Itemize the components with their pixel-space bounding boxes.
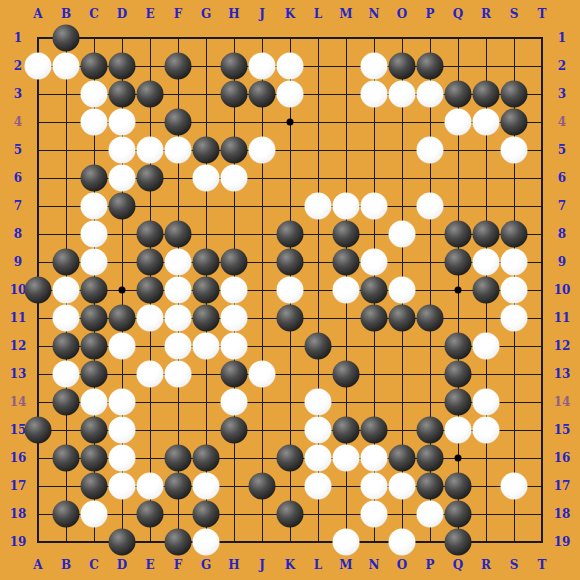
black-stone-g11 <box>193 305 220 332</box>
white-stone-p18 <box>417 501 444 528</box>
black-stone-n10 <box>361 277 388 304</box>
black-stone-f4 <box>165 109 192 136</box>
black-stone-o2 <box>389 53 416 80</box>
black-stone-f2 <box>165 53 192 80</box>
black-stone-p11 <box>417 305 444 332</box>
col-label-bottom-q: Q <box>453 559 463 571</box>
black-stone-f19 <box>165 529 192 556</box>
black-stone-g5 <box>193 137 220 164</box>
black-stone-r10 <box>473 277 500 304</box>
white-stone-f9 <box>165 249 192 276</box>
row-label-left-6: 6 <box>14 172 22 184</box>
row-label-right-13: 13 <box>554 368 571 380</box>
white-stone-h12 <box>221 333 248 360</box>
white-stone-a2 <box>25 53 52 80</box>
white-stone-l16 <box>305 445 332 472</box>
col-label-bottom-r: R <box>481 559 491 571</box>
black-stone-n15 <box>361 417 388 444</box>
black-stone-c13 <box>81 361 108 388</box>
black-stone-j17 <box>249 473 276 500</box>
white-stone-c7 <box>81 193 108 220</box>
black-stone-g10 <box>193 277 220 304</box>
col-label-bottom-g: G <box>201 559 211 571</box>
col-label-top-n: N <box>369 8 380 20</box>
white-stone-g17 <box>193 473 220 500</box>
white-stone-o8 <box>389 221 416 248</box>
col-label-bottom-l: L <box>314 559 322 571</box>
black-stone-e8 <box>137 221 164 248</box>
row-label-left-3: 3 <box>14 88 22 100</box>
black-stone-q13 <box>445 361 472 388</box>
black-stone-o16 <box>389 445 416 472</box>
white-stone-h6 <box>221 165 248 192</box>
star-point-k4 <box>287 119 294 126</box>
row-label-right-15: 15 <box>554 424 571 436</box>
white-stone-l17 <box>305 473 332 500</box>
black-stone-s4 <box>501 109 528 136</box>
white-stone-c18 <box>81 501 108 528</box>
white-stone-r9 <box>473 249 500 276</box>
star-point-q10 <box>455 287 462 294</box>
white-stone-d15 <box>109 417 136 444</box>
black-stone-r8 <box>473 221 500 248</box>
col-label-top-b: B <box>61 8 71 20</box>
col-label-top-f: F <box>174 8 183 20</box>
col-label-bottom-j: J <box>259 559 265 571</box>
white-stone-b13 <box>53 361 80 388</box>
black-stone-q8 <box>445 221 472 248</box>
black-stone-q9 <box>445 249 472 276</box>
col-label-top-t: T <box>538 8 547 20</box>
row-label-right-10: 10 <box>554 284 571 296</box>
col-label-top-c: C <box>89 8 99 20</box>
col-label-top-m: M <box>339 8 352 20</box>
col-label-top-q: Q <box>453 8 463 20</box>
white-stone-q15 <box>445 417 472 444</box>
black-stone-b16 <box>53 445 80 472</box>
black-stone-k9 <box>277 249 304 276</box>
white-stone-o3 <box>389 81 416 108</box>
white-stone-o17 <box>389 473 416 500</box>
black-stone-c17 <box>81 473 108 500</box>
col-label-bottom-f: F <box>174 559 183 571</box>
white-stone-n3 <box>361 81 388 108</box>
white-stone-s5 <box>501 137 528 164</box>
row-label-right-7: 7 <box>558 200 566 212</box>
black-stone-d11 <box>109 305 136 332</box>
col-label-top-g: G <box>201 8 211 20</box>
white-stone-n9 <box>361 249 388 276</box>
white-stone-j5 <box>249 137 276 164</box>
col-label-bottom-t: T <box>538 559 547 571</box>
col-label-top-d: D <box>117 8 127 20</box>
black-stone-o11 <box>389 305 416 332</box>
row-label-right-12: 12 <box>554 340 571 352</box>
col-label-top-h: H <box>228 8 239 20</box>
black-stone-m8 <box>333 221 360 248</box>
col-label-bottom-o: O <box>397 559 407 571</box>
white-stone-l7 <box>305 193 332 220</box>
white-stone-f5 <box>165 137 192 164</box>
white-stone-s9 <box>501 249 528 276</box>
row-label-right-8: 8 <box>558 228 566 240</box>
black-stone-e6 <box>137 165 164 192</box>
row-label-left-19: 19 <box>10 536 27 548</box>
row-label-left-5: 5 <box>14 144 22 156</box>
go-board[interactable]: AABBCCDDEEFFGGHHJJKKLLMMNNOOPPQQRRSSTT11… <box>0 0 580 580</box>
black-stone-h5 <box>221 137 248 164</box>
black-stone-a10 <box>25 277 52 304</box>
white-stone-d14 <box>109 389 136 416</box>
white-stone-g6 <box>193 165 220 192</box>
black-stone-m15 <box>333 417 360 444</box>
row-label-left-4: 4 <box>14 116 22 128</box>
row-label-right-2: 2 <box>558 60 566 72</box>
black-stone-e18 <box>137 501 164 528</box>
white-stone-d12 <box>109 333 136 360</box>
black-stone-g18 <box>193 501 220 528</box>
black-stone-j3 <box>249 81 276 108</box>
white-stone-d16 <box>109 445 136 472</box>
row-label-left-18: 18 <box>10 508 27 520</box>
black-stone-f8 <box>165 221 192 248</box>
col-label-top-e: E <box>145 8 154 20</box>
white-stone-b2 <box>53 53 80 80</box>
black-stone-q12 <box>445 333 472 360</box>
col-label-bottom-n: N <box>369 559 380 571</box>
white-stone-p5 <box>417 137 444 164</box>
black-stone-n11 <box>361 305 388 332</box>
black-stone-b18 <box>53 501 80 528</box>
black-stone-h2 <box>221 53 248 80</box>
white-stone-s10 <box>501 277 528 304</box>
white-stone-d4 <box>109 109 136 136</box>
white-stone-c14 <box>81 389 108 416</box>
white-stone-h14 <box>221 389 248 416</box>
white-stone-p7 <box>417 193 444 220</box>
row-label-left-11: 11 <box>10 312 27 324</box>
white-stone-j2 <box>249 53 276 80</box>
black-stone-h9 <box>221 249 248 276</box>
white-stone-l14 <box>305 389 332 416</box>
col-label-bottom-k: K <box>285 559 295 571</box>
col-label-bottom-d: D <box>117 559 127 571</box>
col-label-top-p: P <box>425 8 434 20</box>
row-label-right-1: 1 <box>558 32 566 44</box>
white-stone-g12 <box>193 333 220 360</box>
col-label-top-a: A <box>33 8 42 20</box>
black-stone-s8 <box>501 221 528 248</box>
row-label-left-17: 17 <box>10 480 27 492</box>
col-label-bottom-e: E <box>145 559 154 571</box>
white-stone-o19 <box>389 529 416 556</box>
black-stone-k16 <box>277 445 304 472</box>
white-stone-r15 <box>473 417 500 444</box>
black-stone-m13 <box>333 361 360 388</box>
black-stone-b14 <box>53 389 80 416</box>
black-stone-m9 <box>333 249 360 276</box>
white-stone-m16 <box>333 445 360 472</box>
row-label-right-17: 17 <box>554 480 571 492</box>
black-stone-b12 <box>53 333 80 360</box>
black-stone-c11 <box>81 305 108 332</box>
black-stone-f16 <box>165 445 192 472</box>
white-stone-r12 <box>473 333 500 360</box>
col-label-top-l: L <box>314 8 322 20</box>
black-stone-p15 <box>417 417 444 444</box>
white-stone-f10 <box>165 277 192 304</box>
black-stone-e9 <box>137 249 164 276</box>
col-label-top-o: O <box>397 8 407 20</box>
black-stone-q3 <box>445 81 472 108</box>
row-label-right-3: 3 <box>558 88 566 100</box>
white-stone-c3 <box>81 81 108 108</box>
row-label-left-9: 9 <box>14 256 22 268</box>
white-stone-m19 <box>333 529 360 556</box>
black-stone-f17 <box>165 473 192 500</box>
row-label-right-14: 14 <box>554 396 571 408</box>
row-label-left-8: 8 <box>14 228 22 240</box>
black-stone-a15 <box>25 417 52 444</box>
col-label-bottom-p: P <box>425 559 434 571</box>
white-stone-c9 <box>81 249 108 276</box>
black-stone-c6 <box>81 165 108 192</box>
black-stone-h3 <box>221 81 248 108</box>
white-stone-c8 <box>81 221 108 248</box>
black-stone-s3 <box>501 81 528 108</box>
black-stone-g16 <box>193 445 220 472</box>
black-stone-l12 <box>305 333 332 360</box>
white-stone-n16 <box>361 445 388 472</box>
white-stone-g19 <box>193 529 220 556</box>
white-stone-k10 <box>277 277 304 304</box>
row-label-right-19: 19 <box>554 536 571 548</box>
white-stone-h11 <box>221 305 248 332</box>
black-stone-e3 <box>137 81 164 108</box>
col-label-bottom-c: C <box>89 559 99 571</box>
col-label-top-j: J <box>259 8 265 20</box>
col-label-top-k: K <box>285 8 295 20</box>
black-stone-d3 <box>109 81 136 108</box>
white-stone-e17 <box>137 473 164 500</box>
go-app-window: { "game": "go", "board": { "size": 19, "… <box>0 0 580 580</box>
row-label-left-7: 7 <box>14 200 22 212</box>
white-stone-s17 <box>501 473 528 500</box>
black-stone-e10 <box>137 277 164 304</box>
row-label-left-16: 16 <box>10 452 27 464</box>
white-stone-f12 <box>165 333 192 360</box>
white-stone-k3 <box>277 81 304 108</box>
white-stone-n17 <box>361 473 388 500</box>
row-label-right-6: 6 <box>558 172 566 184</box>
row-label-left-14: 14 <box>10 396 27 408</box>
white-stone-d17 <box>109 473 136 500</box>
black-stone-p16 <box>417 445 444 472</box>
black-stone-q19 <box>445 529 472 556</box>
white-stone-o10 <box>389 277 416 304</box>
col-label-bottom-a: A <box>33 559 42 571</box>
black-stone-q17 <box>445 473 472 500</box>
white-stone-h10 <box>221 277 248 304</box>
star-point-d10 <box>119 287 126 294</box>
black-stone-b1 <box>53 25 80 52</box>
white-stone-p3 <box>417 81 444 108</box>
black-stone-c10 <box>81 277 108 304</box>
row-label-right-4: 4 <box>558 116 566 128</box>
white-stone-c4 <box>81 109 108 136</box>
col-label-bottom-b: B <box>61 559 71 571</box>
black-stone-g9 <box>193 249 220 276</box>
black-stone-c15 <box>81 417 108 444</box>
white-stone-m10 <box>333 277 360 304</box>
black-stone-k8 <box>277 221 304 248</box>
row-label-right-5: 5 <box>558 144 566 156</box>
white-stone-n7 <box>361 193 388 220</box>
white-stone-e11 <box>137 305 164 332</box>
star-point-q16 <box>455 455 462 462</box>
col-label-bottom-s: S <box>510 559 519 571</box>
white-stone-k2 <box>277 53 304 80</box>
white-stone-e13 <box>137 361 164 388</box>
black-stone-r3 <box>473 81 500 108</box>
black-stone-h13 <box>221 361 248 388</box>
black-stone-c16 <box>81 445 108 472</box>
white-stone-f13 <box>165 361 192 388</box>
white-stone-f11 <box>165 305 192 332</box>
black-stone-c12 <box>81 333 108 360</box>
black-stone-h15 <box>221 417 248 444</box>
black-stone-d7 <box>109 193 136 220</box>
white-stone-s11 <box>501 305 528 332</box>
col-label-bottom-m: M <box>339 559 352 571</box>
white-stone-e5 <box>137 137 164 164</box>
white-stone-q4 <box>445 109 472 136</box>
white-stone-n18 <box>361 501 388 528</box>
black-stone-q18 <box>445 501 472 528</box>
white-stone-r14 <box>473 389 500 416</box>
black-stone-k11 <box>277 305 304 332</box>
row-label-left-2: 2 <box>14 60 22 72</box>
row-label-left-12: 12 <box>10 340 27 352</box>
white-stone-j13 <box>249 361 276 388</box>
row-label-left-1: 1 <box>14 32 22 44</box>
row-label-right-9: 9 <box>558 256 566 268</box>
black-stone-d19 <box>109 529 136 556</box>
black-stone-p2 <box>417 53 444 80</box>
black-stone-b9 <box>53 249 80 276</box>
row-label-right-16: 16 <box>554 452 571 464</box>
black-stone-q14 <box>445 389 472 416</box>
black-stone-k18 <box>277 501 304 528</box>
col-label-bottom-h: H <box>228 559 239 571</box>
white-stone-n2 <box>361 53 388 80</box>
black-stone-p17 <box>417 473 444 500</box>
col-label-top-s: S <box>510 8 519 20</box>
row-label-left-13: 13 <box>10 368 27 380</box>
row-label-right-11: 11 <box>554 312 571 324</box>
row-label-right-18: 18 <box>554 508 571 520</box>
white-stone-d6 <box>109 165 136 192</box>
white-stone-b10 <box>53 277 80 304</box>
white-stone-l15 <box>305 417 332 444</box>
white-stone-b11 <box>53 305 80 332</box>
col-label-top-r: R <box>481 8 491 20</box>
black-stone-c2 <box>81 53 108 80</box>
black-stone-d2 <box>109 53 136 80</box>
white-stone-d5 <box>109 137 136 164</box>
white-stone-r4 <box>473 109 500 136</box>
white-stone-m7 <box>333 193 360 220</box>
